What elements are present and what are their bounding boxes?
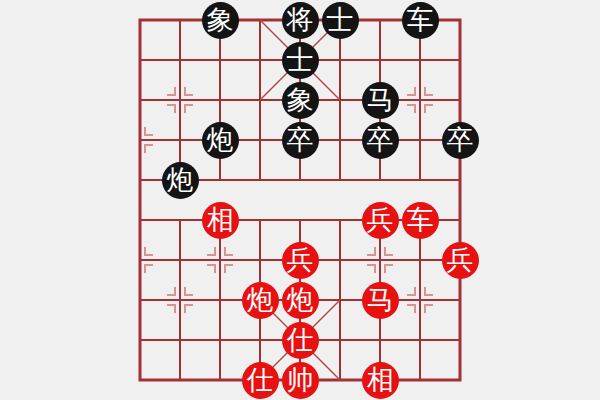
red-soldier[interactable]: 兵 <box>282 242 319 279</box>
black-cannon[interactable]: 炮 <box>162 162 199 199</box>
red-horse[interactable]: 马 <box>362 282 399 319</box>
black-soldier[interactable]: 卒 <box>442 122 479 159</box>
black-soldier[interactable]: 卒 <box>362 122 399 159</box>
red-elephant[interactable]: 相 <box>202 202 239 239</box>
black-elephant[interactable]: 象 <box>202 2 239 39</box>
xiangqi-board: 象将士车士象马炮卒卒卒炮相兵车兵兵炮炮马仕仕帅相 <box>120 0 480 400</box>
black-elephant[interactable]: 象 <box>282 82 319 119</box>
red-soldier[interactable]: 兵 <box>442 242 479 279</box>
black-soldier[interactable]: 卒 <box>282 122 319 159</box>
red-general[interactable]: 帅 <box>282 362 319 399</box>
black-advisor[interactable]: 士 <box>282 42 319 79</box>
black-horse[interactable]: 马 <box>362 82 399 119</box>
xiangqi-app-screen: 象将士车士象马炮卒卒卒炮相兵车兵兵炮炮马仕仕帅相 <box>0 0 600 400</box>
red-advisor[interactable]: 仕 <box>242 362 279 399</box>
black-general[interactable]: 将 <box>282 2 319 39</box>
black-chariot[interactable]: 车 <box>402 2 439 39</box>
black-advisor[interactable]: 士 <box>322 2 359 39</box>
red-cannon[interactable]: 炮 <box>242 282 279 319</box>
red-cannon[interactable]: 炮 <box>282 282 319 319</box>
red-chariot[interactable]: 车 <box>402 202 439 239</box>
black-cannon[interactable]: 炮 <box>202 122 239 159</box>
red-elephant[interactable]: 相 <box>362 362 399 399</box>
red-soldier[interactable]: 兵 <box>362 202 399 239</box>
red-advisor[interactable]: 仕 <box>282 322 319 359</box>
